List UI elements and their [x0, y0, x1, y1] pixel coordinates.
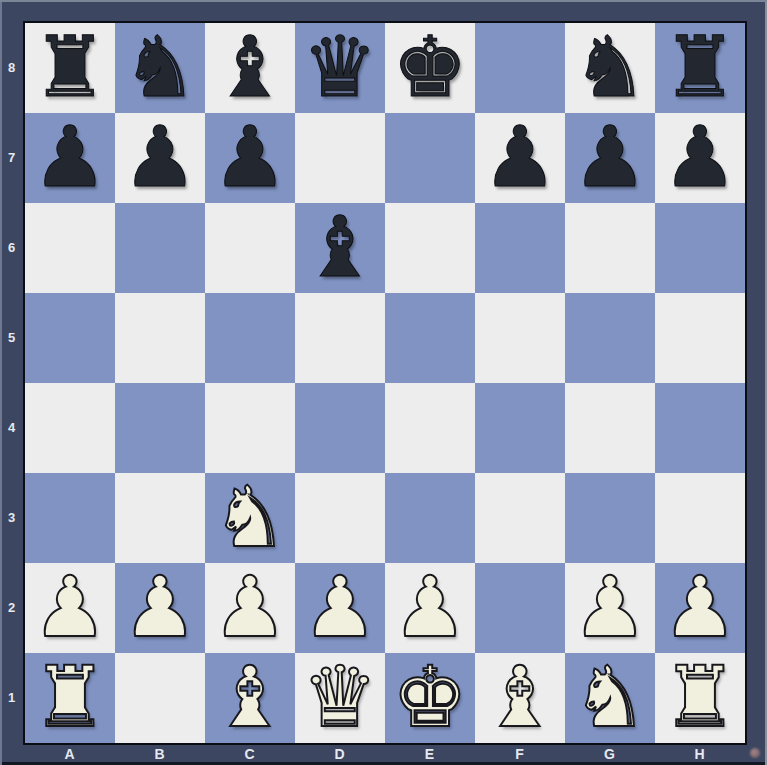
file-label-e: E: [385, 745, 475, 763]
file-label-b: B: [115, 745, 205, 763]
corner-dot: [750, 748, 760, 758]
rank-label-1: 1: [0, 653, 23, 743]
square-h3[interactable]: [655, 473, 745, 563]
square-d8[interactable]: ♛: [295, 23, 385, 113]
rank-label-8: 8: [0, 23, 23, 113]
square-a4[interactable]: [25, 383, 115, 473]
square-h6[interactable]: [655, 203, 745, 293]
square-f2[interactable]: [475, 563, 565, 653]
black-queen[interactable]: ♛: [295, 23, 385, 113]
white-knight[interactable]: ♞: [205, 473, 295, 563]
square-f6[interactable]: [475, 203, 565, 293]
square-c2[interactable]: ♟: [205, 563, 295, 653]
black-king[interactable]: ♚: [385, 23, 475, 113]
white-pawn[interactable]: ♟: [655, 563, 745, 653]
rank-label-5: 5: [0, 293, 23, 383]
white-rook[interactable]: ♜: [655, 653, 745, 743]
white-pawn[interactable]: ♟: [115, 563, 205, 653]
square-g7[interactable]: ♟: [565, 113, 655, 203]
square-h2[interactable]: ♟: [655, 563, 745, 653]
chess-board: ♜♞♝♛♚♞♜♟♟♟♟♟♟♝♞♟♟♟♟♟♟♟♜♝♛♚♝♞♜: [23, 21, 747, 745]
square-b8[interactable]: ♞: [115, 23, 205, 113]
square-g5[interactable]: [565, 293, 655, 383]
white-pawn[interactable]: ♟: [25, 563, 115, 653]
square-g3[interactable]: [565, 473, 655, 563]
black-rook[interactable]: ♜: [655, 23, 745, 113]
white-pawn[interactable]: ♟: [205, 563, 295, 653]
white-pawn[interactable]: ♟: [385, 563, 475, 653]
black-pawn[interactable]: ♟: [565, 113, 655, 203]
square-f8[interactable]: [475, 23, 565, 113]
square-g8[interactable]: ♞: [565, 23, 655, 113]
rank-label-2: 2: [0, 563, 23, 653]
square-h7[interactable]: ♟: [655, 113, 745, 203]
file-label-d: D: [295, 745, 385, 763]
square-b2[interactable]: ♟: [115, 563, 205, 653]
square-e4[interactable]: [385, 383, 475, 473]
white-pawn[interactable]: ♟: [295, 563, 385, 653]
square-e6[interactable]: [385, 203, 475, 293]
square-b6[interactable]: [115, 203, 205, 293]
white-pawn[interactable]: ♟: [565, 563, 655, 653]
square-d7[interactable]: [295, 113, 385, 203]
square-f1[interactable]: ♝: [475, 653, 565, 743]
square-e8[interactable]: ♚: [385, 23, 475, 113]
square-a8[interactable]: ♜: [25, 23, 115, 113]
square-c1[interactable]: ♝: [205, 653, 295, 743]
square-a6[interactable]: [25, 203, 115, 293]
square-d4[interactable]: [295, 383, 385, 473]
square-d5[interactable]: [295, 293, 385, 383]
file-label-h: H: [655, 745, 745, 763]
file-label-c: C: [205, 745, 295, 763]
square-g6[interactable]: [565, 203, 655, 293]
file-label-g: G: [565, 745, 655, 763]
black-pawn[interactable]: ♟: [25, 113, 115, 203]
square-d1[interactable]: ♛: [295, 653, 385, 743]
square-g4[interactable]: [565, 383, 655, 473]
black-knight[interactable]: ♞: [565, 23, 655, 113]
white-king[interactable]: ♚: [385, 653, 475, 743]
square-e1[interactable]: ♚: [385, 653, 475, 743]
file-label-a: A: [25, 745, 115, 763]
rank-label-7: 7: [0, 113, 23, 203]
black-pawn[interactable]: ♟: [205, 113, 295, 203]
square-a1[interactable]: ♜: [25, 653, 115, 743]
square-d6[interactable]: ♝: [295, 203, 385, 293]
square-e7[interactable]: [385, 113, 475, 203]
square-e5[interactable]: [385, 293, 475, 383]
square-h8[interactable]: ♜: [655, 23, 745, 113]
square-c3[interactable]: ♞: [205, 473, 295, 563]
square-g1[interactable]: ♞: [565, 653, 655, 743]
black-knight[interactable]: ♞: [115, 23, 205, 113]
square-h1[interactable]: ♜: [655, 653, 745, 743]
square-d2[interactable]: ♟: [295, 563, 385, 653]
black-bishop[interactable]: ♝: [295, 203, 385, 293]
square-a5[interactable]: [25, 293, 115, 383]
square-c5[interactable]: [205, 293, 295, 383]
square-f7[interactable]: ♟: [475, 113, 565, 203]
square-h4[interactable]: [655, 383, 745, 473]
square-e3[interactable]: [385, 473, 475, 563]
square-b3[interactable]: [115, 473, 205, 563]
rank-label-6: 6: [0, 203, 23, 293]
square-f3[interactable]: [475, 473, 565, 563]
rank-label-4: 4: [0, 383, 23, 473]
square-c8[interactable]: ♝: [205, 23, 295, 113]
square-b1[interactable]: [115, 653, 205, 743]
square-b7[interactable]: ♟: [115, 113, 205, 203]
white-knight[interactable]: ♞: [565, 653, 655, 743]
square-b4[interactable]: [115, 383, 205, 473]
square-g2[interactable]: ♟: [565, 563, 655, 653]
file-label-f: F: [475, 745, 565, 763]
white-queen[interactable]: ♛: [295, 653, 385, 743]
white-bishop[interactable]: ♝: [475, 653, 565, 743]
square-c4[interactable]: [205, 383, 295, 473]
square-c6[interactable]: [205, 203, 295, 293]
black-pawn[interactable]: ♟: [115, 113, 205, 203]
black-pawn[interactable]: ♟: [475, 113, 565, 203]
square-e2[interactable]: ♟: [385, 563, 475, 653]
square-f5[interactable]: [475, 293, 565, 383]
square-a3[interactable]: [25, 473, 115, 563]
rank-label-3: 3: [0, 473, 23, 563]
black-rook[interactable]: ♜: [25, 23, 115, 113]
square-d3[interactable]: [295, 473, 385, 563]
chessboard-frame: ♜♞♝♛♚♞♜♟♟♟♟♟♟♝♞♟♟♟♟♟♟♟♜♝♛♚♝♞♜ 87654321 A…: [0, 0, 767, 765]
black-bishop[interactable]: ♝: [205, 23, 295, 113]
black-pawn[interactable]: ♟: [655, 113, 745, 203]
square-h5[interactable]: [655, 293, 745, 383]
square-c7[interactable]: ♟: [205, 113, 295, 203]
square-a2[interactable]: ♟: [25, 563, 115, 653]
square-b5[interactable]: [115, 293, 205, 383]
white-bishop[interactable]: ♝: [205, 653, 295, 743]
white-rook[interactable]: ♜: [25, 653, 115, 743]
square-f4[interactable]: [475, 383, 565, 473]
square-a7[interactable]: ♟: [25, 113, 115, 203]
